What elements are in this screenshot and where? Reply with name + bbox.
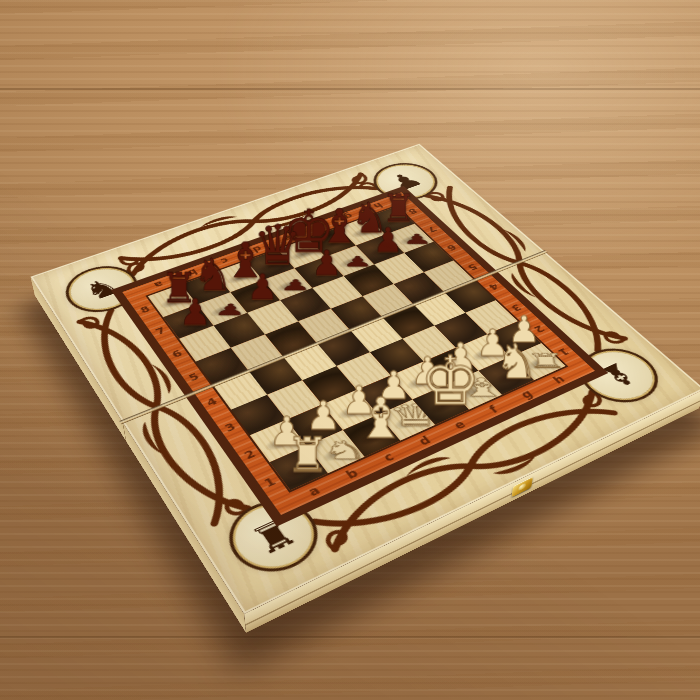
piece-black-pawn[interactable]: ♟ <box>373 224 403 258</box>
knight-silhouette-icon: ♞ <box>78 273 125 306</box>
square-a6[interactable] <box>179 326 231 362</box>
piece-black-pawn[interactable]: ♟ <box>247 270 279 305</box>
piece-black-knight[interactable]: ♞ <box>193 252 233 297</box>
piece-white-king[interactable]: ♚ <box>420 347 481 415</box>
square-c1[interactable]: ♝ <box>343 415 400 457</box>
piece-white-bishop[interactable]: ♝ <box>356 390 407 446</box>
photo-scene: ♞♟♜♝ abcdefgh abcdefgh 87654321 87654321… <box>0 0 700 700</box>
piece-black-pawn[interactable]: ♟ <box>311 246 342 280</box>
piece-black-pawn[interactable]: ♟ <box>179 295 211 331</box>
board-perspective-wrap: ♞♟♜♝ abcdefgh abcdefgh 87654321 87654321… <box>105 85 595 575</box>
piece-white-knight[interactable]: ♞ <box>495 337 538 385</box>
floor-plank-seam <box>0 636 700 638</box>
pawn-silhouette-icon: ♟ <box>383 168 428 194</box>
piece-white-rook[interactable]: ♜ <box>286 432 329 480</box>
piece-black-pawn[interactable]: ♟ <box>402 232 432 246</box>
